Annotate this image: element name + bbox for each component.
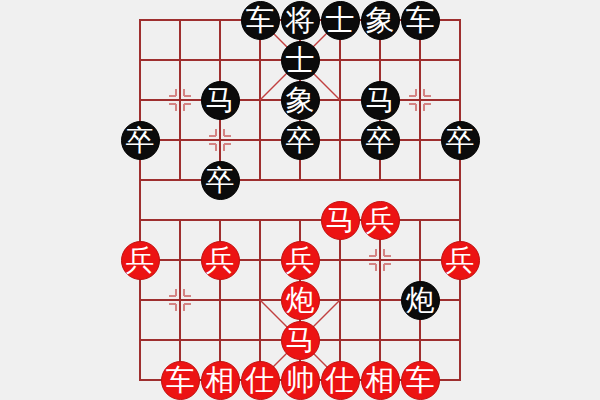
piece-black-chariot[interactable]: 车 xyxy=(401,1,440,40)
piece-black-general[interactable]: 将 xyxy=(281,1,320,40)
piece-red-cannon[interactable]: 炮 xyxy=(281,281,320,320)
piece-black-horse[interactable]: 马 xyxy=(201,81,240,120)
piece-black-soldier[interactable]: 卒 xyxy=(441,121,480,160)
piece-red-advisor[interactable]: 仕 xyxy=(321,361,360,400)
piece-red-horse[interactable]: 马 xyxy=(281,321,320,360)
piece-black-advisor[interactable]: 士 xyxy=(321,1,360,40)
piece-red-elephant[interactable]: 相 xyxy=(201,361,240,400)
piece-red-advisor[interactable]: 仕 xyxy=(241,361,280,400)
piece-black-elephant[interactable]: 象 xyxy=(281,81,320,120)
piece-black-cannon[interactable]: 炮 xyxy=(401,281,440,320)
piece-red-horse[interactable]: 马 xyxy=(321,201,360,240)
piece-black-soldier[interactable]: 卒 xyxy=(121,121,160,160)
piece-red-chariot[interactable]: 车 xyxy=(161,361,200,400)
piece-black-soldier[interactable]: 卒 xyxy=(361,121,400,160)
piece-black-chariot[interactable]: 车 xyxy=(241,1,280,40)
piece-red-soldier[interactable]: 兵 xyxy=(201,241,240,280)
piece-black-elephant[interactable]: 象 xyxy=(361,1,400,40)
piece-black-horse[interactable]: 马 xyxy=(361,81,400,120)
piece-black-soldier[interactable]: 卒 xyxy=(201,161,240,200)
piece-red-soldier[interactable]: 兵 xyxy=(121,241,160,280)
pieces-layer: 车将士象车士马象马卒卒卒卒卒炮马兵兵兵兵兵炮马车相仕帅仕相车 xyxy=(0,0,600,400)
piece-red-chariot[interactable]: 车 xyxy=(401,361,440,400)
xiangqi-board: 车将士象车士马象马卒卒卒卒卒炮马兵兵兵兵兵炮马车相仕帅仕相车 xyxy=(0,0,600,400)
piece-red-soldier[interactable]: 兵 xyxy=(441,241,480,280)
piece-red-soldier[interactable]: 兵 xyxy=(361,201,400,240)
piece-red-elephant[interactable]: 相 xyxy=(361,361,400,400)
piece-black-advisor[interactable]: 士 xyxy=(281,41,320,80)
app-background: 车将士象车士马象马卒卒卒卒卒炮马兵兵兵兵兵炮马车相仕帅仕相车 xyxy=(0,0,600,400)
piece-red-soldier[interactable]: 兵 xyxy=(281,241,320,280)
piece-black-soldier[interactable]: 卒 xyxy=(281,121,320,160)
piece-red-general[interactable]: 帅 xyxy=(281,361,320,400)
